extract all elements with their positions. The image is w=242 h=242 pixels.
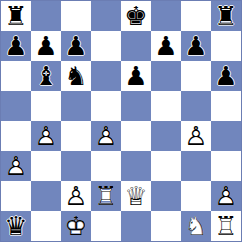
square-g6[interactable] — [181, 61, 211, 91]
white-pawn[interactable]: ♟♙ — [211, 181, 241, 211]
white-pawn[interactable]: ♟♙ — [1, 151, 31, 181]
white-rook-fill-icon: ♜ — [91, 181, 121, 211]
white-knight-fill-icon: ♞ — [181, 211, 211, 241]
white-king-fill-icon: ♚ — [61, 211, 91, 241]
white-queen[interactable]: ♛♕ — [121, 181, 151, 211]
square-c7[interactable]: ♟ — [61, 31, 91, 61]
square-f7[interactable]: ♟ — [151, 31, 181, 61]
square-d4[interactable]: ♟♙ — [91, 121, 121, 151]
square-h6[interactable]: ♟ — [211, 61, 241, 91]
black-pawn-icon: ♟ — [121, 61, 151, 91]
black-pawn[interactable]: ♟ — [31, 31, 61, 61]
white-pawn-outline-icon: ♙ — [181, 121, 211, 151]
square-a8[interactable]: ♜ — [1, 1, 31, 31]
square-c2[interactable]: ♟♙ — [61, 181, 91, 211]
square-b8[interactable] — [31, 1, 61, 31]
white-pawn[interactable]: ♟♙ — [61, 181, 91, 211]
white-pawn-fill-icon: ♟ — [181, 121, 211, 151]
square-b5[interactable] — [31, 91, 61, 121]
black-pawn-icon: ♟ — [31, 31, 61, 61]
square-h8[interactable]: ♜ — [211, 1, 241, 31]
white-pawn[interactable]: ♟♙ — [31, 121, 61, 151]
black-rook-icon: ♜ — [1, 1, 31, 31]
square-e6[interactable]: ♟ — [121, 61, 151, 91]
white-pawn-outline-icon: ♙ — [91, 121, 121, 151]
square-a1[interactable]: ♛ — [1, 211, 31, 241]
square-a6[interactable] — [1, 61, 31, 91]
black-bishop-icon: ♝ — [31, 61, 61, 91]
black-pawn[interactable]: ♟ — [121, 61, 151, 91]
black-pawn[interactable]: ♟ — [181, 31, 211, 61]
white-rook-outline-icon: ♖ — [211, 211, 241, 241]
square-d6[interactable] — [91, 61, 121, 91]
black-pawn-icon: ♟ — [61, 31, 91, 61]
square-e4[interactable] — [121, 121, 151, 151]
black-pawn-icon: ♟ — [181, 31, 211, 61]
square-d5[interactable] — [91, 91, 121, 121]
white-pawn-fill-icon: ♟ — [31, 121, 61, 151]
square-b7[interactable]: ♟ — [31, 31, 61, 61]
white-queen-outline-icon: ♕ — [121, 181, 151, 211]
white-pawn-outline-icon: ♙ — [211, 181, 241, 211]
white-knight[interactable]: ♞♘ — [181, 211, 211, 241]
white-pawn-fill-icon: ♟ — [211, 181, 241, 211]
square-a3[interactable]: ♟♙ — [1, 151, 31, 181]
square-e5[interactable] — [121, 91, 151, 121]
square-g1[interactable]: ♞♘ — [181, 211, 211, 241]
white-rook-fill-icon: ♜ — [211, 211, 241, 241]
square-a5[interactable] — [1, 91, 31, 121]
square-e2[interactable]: ♛♕ — [121, 181, 151, 211]
white-knight-outline-icon: ♘ — [181, 211, 211, 241]
chess-board: ♜♚♜♟♟♟♟♟♝♞♟♟♟♙♟♙♟♙♟♙♟♙♜♖♛♕♟♙♛♚♔♞♘♜♖ — [0, 0, 242, 242]
square-b3[interactable] — [31, 151, 61, 181]
square-g3[interactable] — [181, 151, 211, 181]
black-pawn[interactable]: ♟ — [211, 61, 241, 91]
white-pawn-outline-icon: ♙ — [61, 181, 91, 211]
square-e8[interactable]: ♚ — [121, 1, 151, 31]
white-pawn-outline-icon: ♙ — [1, 151, 31, 181]
black-pawn-icon: ♟ — [1, 31, 31, 61]
square-f3[interactable] — [151, 151, 181, 181]
black-knight-icon: ♞ — [61, 61, 91, 91]
square-d8[interactable] — [91, 1, 121, 31]
square-e7[interactable] — [121, 31, 151, 61]
white-pawn[interactable]: ♟♙ — [91, 121, 121, 151]
square-d3[interactable] — [91, 151, 121, 181]
white-pawn-fill-icon: ♟ — [91, 121, 121, 151]
black-pawn[interactable]: ♟ — [61, 31, 91, 61]
square-c8[interactable] — [61, 1, 91, 31]
square-g8[interactable] — [181, 1, 211, 31]
square-g2[interactable] — [181, 181, 211, 211]
square-h4[interactable] — [211, 121, 241, 151]
white-king-outline-icon: ♔ — [61, 211, 91, 241]
square-a7[interactable]: ♟ — [1, 31, 31, 61]
square-c6[interactable]: ♞ — [61, 61, 91, 91]
white-pawn-outline-icon: ♙ — [31, 121, 61, 151]
black-king-icon: ♚ — [121, 1, 151, 31]
black-pawn[interactable]: ♟ — [1, 31, 31, 61]
square-h2[interactable]: ♟♙ — [211, 181, 241, 211]
black-queen[interactable]: ♛ — [1, 211, 31, 241]
square-b1[interactable] — [31, 211, 61, 241]
square-a4[interactable] — [1, 121, 31, 151]
square-a2[interactable] — [1, 181, 31, 211]
black-queen-icon: ♛ — [1, 211, 31, 241]
black-knight[interactable]: ♞ — [61, 61, 91, 91]
square-e1[interactable] — [121, 211, 151, 241]
square-f2[interactable] — [151, 181, 181, 211]
black-rook[interactable]: ♜ — [1, 1, 31, 31]
square-d1[interactable] — [91, 211, 121, 241]
square-c4[interactable] — [61, 121, 91, 151]
black-pawn-icon: ♟ — [211, 61, 241, 91]
white-king[interactable]: ♚♔ — [61, 211, 91, 241]
square-h7[interactable] — [211, 31, 241, 61]
white-pawn[interactable]: ♟♙ — [181, 121, 211, 151]
square-g4[interactable]: ♟♙ — [181, 121, 211, 151]
black-pawn[interactable]: ♟ — [151, 31, 181, 61]
white-rook-outline-icon: ♖ — [91, 181, 121, 211]
black-rook[interactable]: ♜ — [211, 1, 241, 31]
square-f1[interactable] — [151, 211, 181, 241]
square-c5[interactable] — [61, 91, 91, 121]
white-rook[interactable]: ♜♖ — [91, 181, 121, 211]
square-d7[interactable] — [91, 31, 121, 61]
black-king[interactable]: ♚ — [121, 1, 151, 31]
square-c1[interactable]: ♚♔ — [61, 211, 91, 241]
square-b2[interactable] — [31, 181, 61, 211]
white-queen-fill-icon: ♛ — [121, 181, 151, 211]
square-f8[interactable] — [151, 1, 181, 31]
square-f6[interactable] — [151, 61, 181, 91]
square-c3[interactable] — [61, 151, 91, 181]
square-g7[interactable]: ♟ — [181, 31, 211, 61]
square-f5[interactable] — [151, 91, 181, 121]
white-rook[interactable]: ♜♖ — [211, 211, 241, 241]
black-rook-icon: ♜ — [211, 1, 241, 31]
square-b6[interactable]: ♝ — [31, 61, 61, 91]
square-h5[interactable] — [211, 91, 241, 121]
square-e3[interactable] — [121, 151, 151, 181]
white-pawn-fill-icon: ♟ — [61, 181, 91, 211]
white-pawn-fill-icon: ♟ — [1, 151, 31, 181]
square-h1[interactable]: ♜♖ — [211, 211, 241, 241]
black-bishop[interactable]: ♝ — [31, 61, 61, 91]
square-b4[interactable]: ♟♙ — [31, 121, 61, 151]
square-g5[interactable] — [181, 91, 211, 121]
square-h3[interactable] — [211, 151, 241, 181]
square-f4[interactable] — [151, 121, 181, 151]
square-d2[interactable]: ♜♖ — [91, 181, 121, 211]
black-pawn-icon: ♟ — [151, 31, 181, 61]
